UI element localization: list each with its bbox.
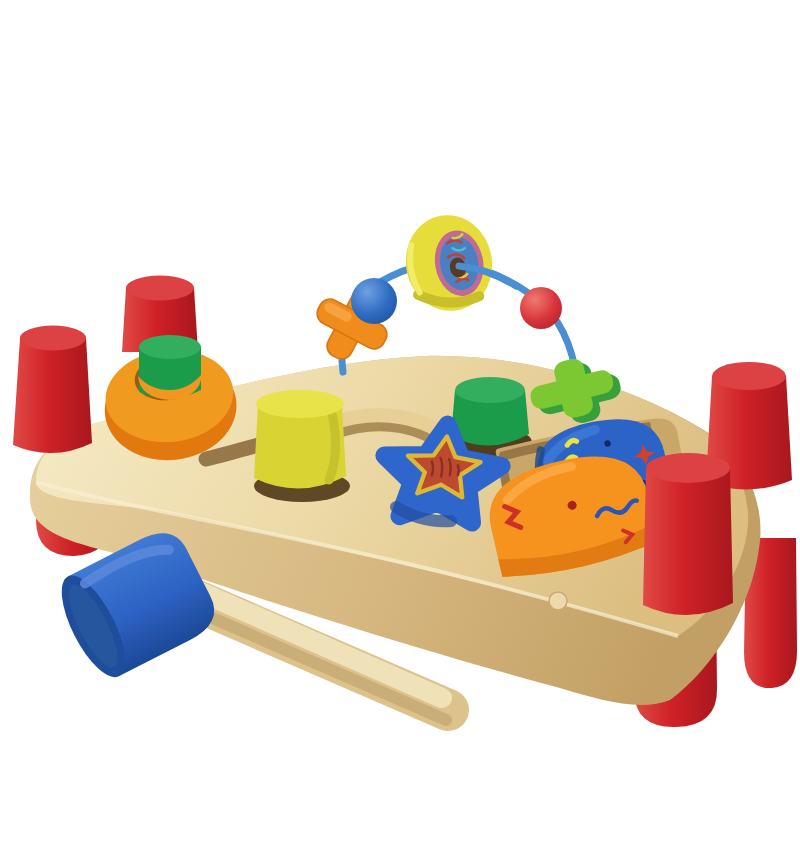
blue-ball-bead — [351, 278, 397, 324]
green-knob — [138, 335, 202, 400]
product-photo — [0, 0, 800, 857]
red-ball-bead — [520, 287, 562, 329]
yellow-peg — [254, 390, 350, 502]
peg-front-right — [643, 453, 733, 615]
peg-front-left — [13, 326, 92, 454]
dowel-plug — [549, 592, 567, 610]
toy-illustration — [0, 0, 800, 857]
